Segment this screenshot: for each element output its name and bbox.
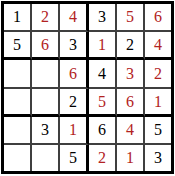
sudoku-cell-r1c5[interactable]: 5 xyxy=(117,4,145,32)
sudoku-cell-r1c3[interactable]: 4 xyxy=(60,4,89,32)
sudoku-page: 12435656312464322561316455213 xyxy=(0,0,175,175)
sudoku-cell-r6c4[interactable]: 2 xyxy=(89,145,117,171)
sudoku-cell-r1c1[interactable]: 1 xyxy=(4,4,32,32)
sudoku-cell-r2c6[interactable]: 4 xyxy=(145,32,171,60)
sudoku-cell-r4c5[interactable]: 6 xyxy=(117,89,145,117)
sudoku-cell-r4c3[interactable]: 2 xyxy=(60,89,89,117)
sudoku-cell-r3c3[interactable]: 6 xyxy=(60,60,89,89)
sudoku-cell-r2c1[interactable]: 5 xyxy=(4,32,32,60)
sudoku-cell-r6c5[interactable]: 1 xyxy=(117,145,145,171)
sudoku-cell-r6c3[interactable]: 5 xyxy=(60,145,89,171)
sudoku-cell-r2c4[interactable]: 1 xyxy=(89,32,117,60)
sudoku-cell-r6c2[interactable] xyxy=(32,145,60,171)
sudoku-cell-r4c6[interactable]: 1 xyxy=(145,89,171,117)
sudoku-cell-r5c6[interactable]: 5 xyxy=(145,117,171,145)
sudoku-cell-r6c1[interactable] xyxy=(4,145,32,171)
sudoku-cell-r2c5[interactable]: 2 xyxy=(117,32,145,60)
sudoku-cell-r3c6[interactable]: 2 xyxy=(145,60,171,89)
sudoku-cell-r3c2[interactable] xyxy=(32,60,60,89)
sudoku-cell-r5c5[interactable]: 4 xyxy=(117,117,145,145)
sudoku-cell-r3c1[interactable] xyxy=(4,60,32,89)
sudoku-cell-r4c4[interactable]: 5 xyxy=(89,89,117,117)
sudoku-cell-r4c2[interactable] xyxy=(32,89,60,117)
sudoku-cell-r3c4[interactable]: 4 xyxy=(89,60,117,89)
sudoku-cell-r2c3[interactable]: 3 xyxy=(60,32,89,60)
sudoku-cell-r1c6[interactable]: 6 xyxy=(145,4,171,32)
sudoku-cell-r4c1[interactable] xyxy=(4,89,32,117)
sudoku-board: 12435656312464322561316455213 xyxy=(1,1,174,174)
sudoku-cell-r5c4[interactable]: 6 xyxy=(89,117,117,145)
sudoku-cell-r1c4[interactable]: 3 xyxy=(89,4,117,32)
sudoku-cell-r3c5[interactable]: 3 xyxy=(117,60,145,89)
sudoku-cell-r1c2[interactable]: 2 xyxy=(32,4,60,32)
sudoku-cell-r6c6[interactable]: 3 xyxy=(145,145,171,171)
sudoku-cell-r5c2[interactable]: 3 xyxy=(32,117,60,145)
sudoku-cell-r5c3[interactable]: 1 xyxy=(60,117,89,145)
sudoku-cell-r5c1[interactable] xyxy=(4,117,32,145)
sudoku-cell-r2c2[interactable]: 6 xyxy=(32,32,60,60)
